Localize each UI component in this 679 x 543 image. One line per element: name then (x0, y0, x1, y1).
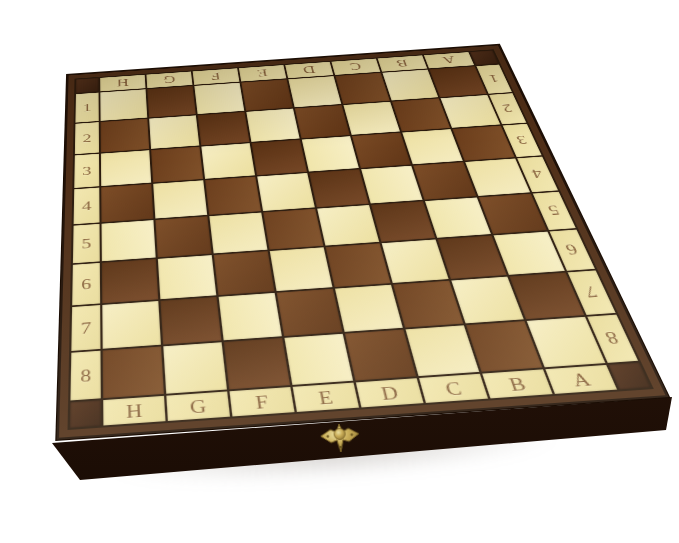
square-d5[interactable] (317, 205, 379, 246)
square-g7[interactable] (160, 297, 221, 345)
perspective-scene: HGFEDCBA1122334455667788HGFEDCBA (44, 0, 588, 480)
square-f2[interactable] (198, 112, 250, 145)
rank-label-left-5: 5 (73, 224, 100, 263)
square-d3[interactable] (302, 136, 359, 171)
product-photo-stage: HGFEDCBA1122334455667788HGFEDCBA (0, 0, 679, 543)
square-e8[interactable] (284, 334, 353, 385)
square-h8[interactable] (103, 346, 164, 398)
rank-label-left-1: 1 (75, 93, 98, 123)
rank-label-left-2: 2 (75, 122, 99, 154)
square-e4[interactable] (257, 173, 315, 211)
file-label-bottom-c: C (419, 374, 488, 403)
file-label-bottom-b: B (482, 369, 552, 398)
square-g8[interactable] (163, 342, 227, 394)
square-c6[interactable] (382, 239, 449, 283)
square-h3[interactable] (101, 150, 151, 186)
square-d6[interactable] (326, 243, 391, 287)
file-label-bottom-f: F (230, 387, 295, 416)
square-g1[interactable] (147, 86, 195, 117)
square-h4[interactable] (101, 184, 153, 222)
square-c2[interactable] (343, 102, 400, 135)
square-d7[interactable] (335, 285, 403, 332)
square-f6[interactable] (214, 251, 275, 295)
rank-label-left-8: 8 (70, 351, 100, 401)
file-label-bottom-e: E (293, 383, 359, 412)
square-c4[interactable] (361, 166, 422, 204)
square-g5[interactable] (155, 216, 211, 257)
file-label-bottom-g: G (166, 391, 230, 421)
square-e7[interactable] (277, 289, 343, 336)
square-e1[interactable] (241, 79, 292, 110)
square-h2[interactable] (101, 119, 150, 153)
square-e3[interactable] (252, 140, 307, 176)
square-c1[interactable] (335, 73, 389, 104)
square-e2[interactable] (246, 109, 299, 142)
square-d8[interactable] (345, 330, 416, 381)
square-b1[interactable] (382, 70, 438, 101)
square-f1[interactable] (194, 83, 244, 114)
square-b2[interactable] (392, 98, 450, 131)
chess-board: HGFEDCBA1122334455667788HGFEDCBA (55, 44, 670, 441)
square-e5[interactable] (263, 209, 323, 250)
square-c5[interactable] (371, 201, 435, 242)
square-f3[interactable] (201, 143, 255, 179)
rank-label-left-6: 6 (72, 263, 100, 305)
square-c3[interactable] (352, 133, 411, 168)
board-tilt-wrapper: HGFEDCBA1122334455667788HGFEDCBA (44, 0, 588, 480)
square-h5[interactable] (102, 220, 156, 261)
square-d1[interactable] (288, 76, 341, 107)
square-d4[interactable] (309, 169, 368, 207)
square-f8[interactable] (224, 338, 290, 389)
file-label-bottom-d: D (356, 378, 424, 407)
square-h6[interactable] (102, 259, 158, 303)
square-g6[interactable] (158, 255, 216, 299)
rank-label-left-7: 7 (71, 305, 100, 351)
square-f4[interactable] (205, 177, 261, 215)
file-label-bottom-h: H (103, 396, 165, 426)
square-h1[interactable] (100, 89, 147, 121)
border-corner (470, 50, 498, 65)
brass-clasp-icon (315, 418, 366, 459)
file-label-bottom-a: A (545, 365, 617, 394)
square-d2[interactable] (295, 105, 350, 138)
rank-label-left-4: 4 (74, 188, 100, 225)
square-g4[interactable] (153, 180, 207, 218)
border-corner (70, 400, 101, 428)
square-e6[interactable] (270, 247, 333, 291)
border-corner (76, 78, 99, 93)
square-h7[interactable] (102, 301, 161, 349)
square-g3[interactable] (151, 147, 203, 183)
square-g2[interactable] (149, 115, 199, 149)
rank-label-left-3: 3 (74, 154, 99, 188)
square-f5[interactable] (209, 213, 267, 254)
square-f7[interactable] (219, 293, 282, 340)
